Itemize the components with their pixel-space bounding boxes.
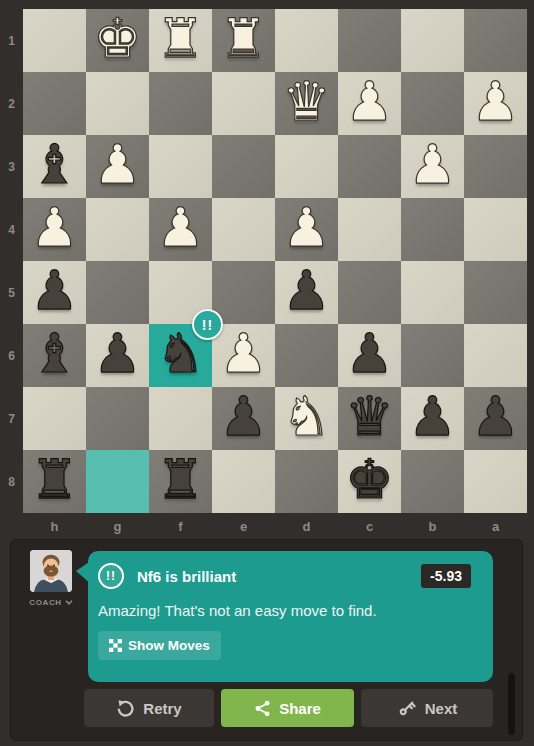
square-h3[interactable]: ♝ [23,135,86,198]
brilliant-move-badge-icon: !! [192,309,223,340]
brilliant-badge-text: !! [202,317,213,333]
square-a2[interactable]: ♟ [464,72,527,135]
piece-black-pawn[interactable]: ♟ [345,327,393,381]
square-a6[interactable] [464,324,527,387]
square-d5[interactable]: ♟ [275,261,338,324]
share-button[interactable]: Share [221,689,354,727]
square-a1[interactable] [464,9,527,72]
piece-black-pawn[interactable]: ♟ [408,390,456,444]
rank-label-3: 3 [0,135,23,198]
chevron-down-icon [65,600,73,605]
file-label-f: f [149,513,212,539]
file-label-g: g [86,513,149,539]
share-label: Share [279,700,321,717]
square-f8[interactable]: ♜ [149,450,212,513]
action-buttons: Retry Share Next [84,689,493,727]
scrollbar-thumb[interactable] [508,673,515,735]
coach-label-text: COACH [29,598,61,607]
square-f2[interactable] [149,72,212,135]
square-g5[interactable] [86,261,149,324]
piece-white-pawn[interactable]: ♟ [408,138,456,192]
square-h6[interactable]: ♝ [23,324,86,387]
piece-white-pawn[interactable]: ♟ [156,201,204,255]
chess-board: ♚♜♜♛♟♟♝♟♟♟♟♟♟♟♝♟♞♟♟♟♞♛♟♟♜♜♚ !! [23,9,527,513]
square-c1[interactable] [338,9,401,72]
piece-white-pawn[interactable]: ♟ [30,201,78,255]
square-h7[interactable] [23,387,86,450]
square-h1[interactable] [23,9,86,72]
evaluation-badge: -5.93 [421,564,471,588]
square-a7[interactable]: ♟ [464,387,527,450]
coach-message: Amazing! That's not an easy move to find… [98,602,479,619]
piece-black-bishop[interactable]: ♝ [30,327,78,381]
square-g2[interactable] [86,72,149,135]
board-grid: ♚♜♜♛♟♟♝♟♟♟♟♟♟♟♝♟♞♟♟♟♞♛♟♟♜♜♚ [23,9,527,513]
rank-label-1: 1 [0,9,23,72]
piece-black-king[interactable]: ♚ [345,453,393,507]
square-d8[interactable] [275,450,338,513]
piece-white-rook[interactable]: ♜ [219,12,267,66]
square-d7[interactable]: ♞ [275,387,338,450]
square-g8[interactable] [86,450,149,513]
coach-avatar[interactable] [30,550,72,592]
piece-white-pawn[interactable]: ♟ [471,75,519,129]
square-g6[interactable]: ♟ [86,324,149,387]
square-g4[interactable] [86,198,149,261]
square-c8[interactable]: ♚ [338,450,401,513]
square-b2[interactable] [401,72,464,135]
retry-icon [116,699,135,718]
square-e1[interactable]: ♜ [212,9,275,72]
square-h5[interactable]: ♟ [23,261,86,324]
square-b3[interactable]: ♟ [401,135,464,198]
retry-label: Retry [143,700,181,717]
coach-speech-bubble: !! Nf6 is brilliant -5.93 Amazing! That'… [88,551,493,682]
square-e2[interactable] [212,72,275,135]
square-f1[interactable]: ♜ [149,9,212,72]
square-g7[interactable] [86,387,149,450]
bubble-header: !! Nf6 is brilliant -5.93 [98,563,471,589]
speech-bubble-tail [76,560,92,585]
rank-label-8: 8 [0,450,23,513]
piece-white-pawn[interactable]: ♟ [282,201,330,255]
square-e4[interactable] [212,198,275,261]
square-e7[interactable]: ♟ [212,387,275,450]
piece-black-pawn[interactable]: ♟ [30,264,78,318]
square-h2[interactable] [23,72,86,135]
square-e8[interactable] [212,450,275,513]
file-label-a: a [464,513,527,539]
piece-white-knight[interactable]: ♞ [282,390,330,444]
brilliant-bang-icon: !! [98,563,124,589]
coach-avatar-image [30,550,72,592]
file-labels: hgfedcba [23,513,527,539]
show-moves-button[interactable]: Show Moves [98,631,221,660]
square-a8[interactable] [464,450,527,513]
file-label-e: e [212,513,275,539]
file-label-b: b [401,513,464,539]
square-d3[interactable] [275,135,338,198]
square-c5[interactable] [338,261,401,324]
piece-black-rook[interactable]: ♜ [156,453,204,507]
piece-black-queen[interactable]: ♛ [345,390,393,444]
coach-panel: COACH !! Nf6 is brilliant -5.93 Amazing!… [10,539,523,741]
rank-labels: 12345678 [0,9,23,513]
coach-label[interactable]: COACH [17,598,85,607]
square-e3[interactable] [212,135,275,198]
retry-button[interactable]: Retry [84,689,214,727]
square-f3[interactable] [149,135,212,198]
piece-white-pawn[interactable]: ♟ [93,138,141,192]
square-a5[interactable] [464,261,527,324]
rank-label-4: 4 [0,198,23,261]
piece-black-pawn[interactable]: ♟ [282,264,330,318]
move-headline: Nf6 is brilliant [137,568,421,585]
piece-black-pawn[interactable]: ♟ [93,327,141,381]
square-c2[interactable]: ♟ [338,72,401,135]
piece-white-queen[interactable]: ♛ [282,75,330,129]
square-d2[interactable]: ♛ [275,72,338,135]
square-b7[interactable]: ♟ [401,387,464,450]
piece-white-pawn[interactable]: ♟ [219,327,267,381]
key-icon [397,698,417,718]
next-button[interactable]: Next [361,689,493,727]
rank-label-2: 2 [0,72,23,135]
piece-white-king[interactable]: ♚ [93,12,141,66]
square-b1[interactable] [401,9,464,72]
square-g3[interactable]: ♟ [86,135,149,198]
mini-board-icon [109,639,122,652]
square-g1[interactable]: ♚ [86,9,149,72]
square-b4[interactable] [401,198,464,261]
square-b6[interactable] [401,324,464,387]
square-b5[interactable] [401,261,464,324]
square-d6[interactable] [275,324,338,387]
rank-label-5: 5 [0,261,23,324]
square-d4[interactable]: ♟ [275,198,338,261]
piece-black-bishop[interactable]: ♝ [30,138,78,192]
file-label-h: h [23,513,86,539]
square-c3[interactable] [338,135,401,198]
piece-black-rook[interactable]: ♜ [30,453,78,507]
file-label-c: c [338,513,401,539]
square-e5[interactable] [212,261,275,324]
piece-black-pawn[interactable]: ♟ [219,390,267,444]
square-c7[interactable]: ♛ [338,387,401,450]
file-label-d: d [275,513,338,539]
piece-black-pawn[interactable]: ♟ [471,390,519,444]
square-d1[interactable] [275,9,338,72]
square-b8[interactable] [401,450,464,513]
share-icon [254,700,271,717]
square-e6[interactable]: ♟ [212,324,275,387]
square-c6[interactable]: ♟ [338,324,401,387]
square-a4[interactable] [464,198,527,261]
rank-label-6: 6 [0,324,23,387]
piece-white-rook[interactable]: ♜ [156,12,204,66]
piece-white-pawn[interactable]: ♟ [345,75,393,129]
rank-label-7: 7 [0,387,23,450]
square-h4[interactable]: ♟ [23,198,86,261]
next-label: Next [425,700,458,717]
square-c4[interactable] [338,198,401,261]
square-f7[interactable] [149,387,212,450]
square-f4[interactable]: ♟ [149,198,212,261]
show-moves-label: Show Moves [128,638,210,653]
square-h8[interactable]: ♜ [23,450,86,513]
square-a3[interactable] [464,135,527,198]
